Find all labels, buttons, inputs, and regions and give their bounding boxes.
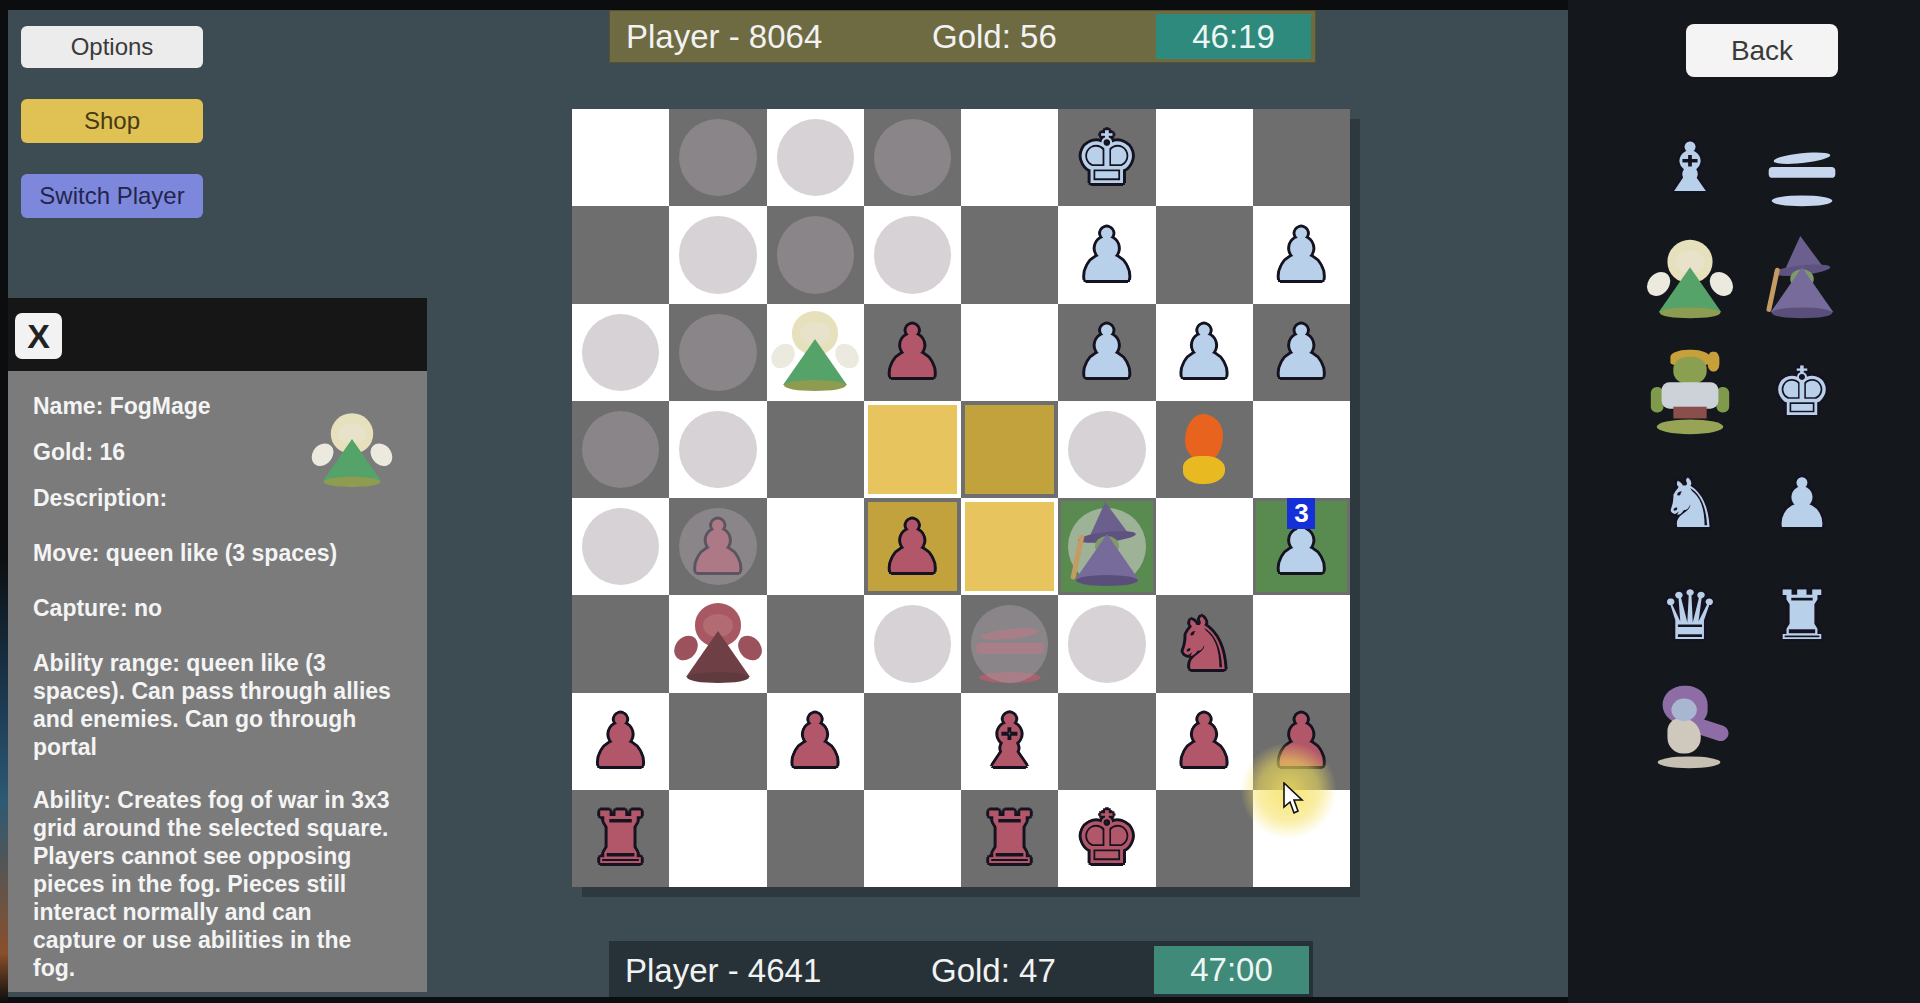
chess-board: ♚♟♟♟♟♟♟♟♟♟3♞♟♟♝♟♟♜♜♚ [572, 109, 1350, 887]
square-r0c1[interactable] [669, 109, 766, 206]
roster-rook-blue[interactable]: ♜ [1772, 582, 1833, 650]
square-r3c1[interactable] [669, 401, 766, 498]
roster-medusa[interactable] [1650, 685, 1730, 771]
square-r6c4[interactable]: ♝ [961, 693, 1058, 790]
square-r0c3[interactable] [864, 109, 961, 206]
pawn-counter-badge: 3 [1287, 498, 1315, 529]
back-button[interactable]: Back [1686, 24, 1838, 77]
roster-bishop-blue[interactable]: ♝ [1660, 134, 1721, 202]
witchP-piece[interactable] [1067, 504, 1147, 590]
square-r1c2[interactable] [767, 206, 864, 303]
roster-witch-purple[interactable] [1762, 237, 1842, 323]
blue-pawn-piece[interactable]: ♟ [1075, 219, 1140, 291]
piece-info-header: X [8, 298, 427, 371]
orc-piece-roster[interactable] [1651, 350, 1729, 434]
fire-piece[interactable] [1179, 414, 1229, 484]
square-r2c2[interactable] [767, 304, 864, 401]
square-r2c0[interactable] [572, 304, 669, 401]
square-r6c0[interactable]: ♟ [572, 693, 669, 790]
shop-button[interactable]: Shop [21, 99, 203, 143]
square-r7c3[interactable] [864, 790, 961, 887]
square-r6c6[interactable]: ♟ [1156, 693, 1253, 790]
red-pawn-piece[interactable]: ♟ [880, 511, 945, 583]
square-r6c5[interactable] [1058, 693, 1155, 790]
square-r5c2[interactable] [767, 595, 864, 692]
piece-roster: ♝♚♞♟♛♜ [1634, 112, 1864, 784]
fog-circle [679, 508, 756, 585]
square-r1c7[interactable]: ♟ [1253, 206, 1350, 303]
square-r2c4[interactable] [961, 304, 1058, 401]
opponent-status-bar: Player - 8064 Gold: 56 46:19 [609, 10, 1316, 63]
yellow-highlight [965, 405, 1054, 494]
fog-circle [874, 119, 951, 196]
square-r0c4[interactable] [961, 109, 1058, 206]
blue-pawn-piece[interactable]: ♟ [1772, 464, 1833, 543]
blue-knight-piece[interactable]: ♞ [1660, 464, 1721, 543]
square-r0c6[interactable] [1156, 109, 1253, 206]
square-r3c5[interactable] [1058, 401, 1155, 498]
square-r7c4[interactable]: ♜ [961, 790, 1058, 887]
square-r6c2[interactable]: ♟ [767, 693, 864, 790]
square-r4c3[interactable]: ♟ [864, 498, 961, 595]
opponent-timer: 46:19 [1156, 14, 1311, 59]
blue-pawn-piece[interactable]: ♟ [1075, 316, 1140, 388]
square-r4c7[interactable]: ♟3 [1253, 498, 1350, 595]
red-pawn-piece[interactable]: ♟ [588, 705, 653, 777]
red-bishop-piece[interactable]: ♝ [977, 705, 1042, 777]
mageL-piece-roster[interactable] [1651, 238, 1729, 322]
square-r5c6[interactable]: ♞ [1156, 595, 1253, 692]
fog-circle [874, 216, 951, 293]
square-r2c1[interactable] [669, 304, 766, 401]
red-pawn-piece[interactable]: ♟ [783, 705, 848, 777]
blue-queen-piece[interactable]: ♛ [1660, 576, 1721, 655]
square-r5c5[interactable] [1058, 595, 1155, 692]
square-r3c3[interactable] [864, 401, 961, 498]
red-knight-piece[interactable]: ♞ [1172, 608, 1237, 680]
square-r3c6[interactable] [1156, 401, 1253, 498]
fog-circle [679, 411, 756, 488]
roster-pawn-blue[interactable]: ♟ [1772, 470, 1833, 538]
switch-player-button[interactable]: Switch Player [21, 174, 203, 218]
square-r4c4[interactable] [961, 498, 1058, 595]
current-player-status-bar: Player - 4641 Gold: 47 47:00 [609, 941, 1313, 997]
square-r4c5[interactable] [1058, 498, 1155, 595]
blue-king-piece[interactable]: ♚ [1075, 122, 1140, 194]
fog-circle [874, 605, 951, 682]
piece-tray-panel: Back ♝♚♞♟♛♜ [1568, 0, 1920, 1003]
red-rook-piece[interactable]: ♜ [588, 802, 653, 874]
square-r4c0[interactable] [572, 498, 669, 595]
fog-circle [582, 508, 659, 585]
square-r5c7[interactable] [1253, 595, 1350, 692]
mouse-cursor [1283, 782, 1309, 816]
square-r1c3[interactable] [864, 206, 961, 303]
square-r5c3[interactable] [864, 595, 961, 692]
piece-capture-text: Capture: no [33, 594, 395, 622]
square-r6c3[interactable] [864, 693, 961, 790]
square-r2c6[interactable]: ♟ [1156, 304, 1253, 401]
roster-orc[interactable] [1650, 349, 1730, 435]
square-r4c1[interactable]: ♟ [669, 498, 766, 595]
letterbox-left [0, 0, 8, 1003]
witchB-piece-roster[interactable] [1763, 126, 1841, 210]
roster-queen-blue[interactable]: ♛ [1660, 582, 1721, 650]
blue-pawn-piece[interactable]: ♟ [1269, 219, 1334, 291]
square-r2c3[interactable]: ♟ [864, 304, 961, 401]
square-r7c6[interactable] [1156, 790, 1253, 887]
square-r0c5[interactable]: ♚ [1058, 109, 1155, 206]
square-r1c5[interactable]: ♟ [1058, 206, 1155, 303]
piece-ability-text: Ability: Creates fog of war in 3x3 grid … [33, 786, 395, 982]
square-r1c1[interactable] [669, 206, 766, 303]
red-rook-piece[interactable]: ♜ [977, 802, 1042, 874]
game-area: Options Shop Switch Player Player - 8064… [8, 10, 1568, 997]
yellow-highlight [965, 502, 1054, 591]
roster-king-blue[interactable]: ♚ [1772, 358, 1833, 426]
fog-circle [777, 216, 854, 293]
medusa-piece-roster[interactable] [1651, 686, 1729, 770]
red-pawn-piece[interactable]: ♟ [880, 316, 945, 388]
square-r0c0[interactable] [572, 109, 669, 206]
mageR-piece[interactable] [678, 601, 758, 687]
square-r2c5[interactable]: ♟ [1058, 304, 1155, 401]
square-r5c4[interactable] [961, 595, 1058, 692]
square-r7c2[interactable] [767, 790, 864, 887]
piece-move-text: Move: queen like (3 spaces) [33, 539, 395, 567]
square-r2c7[interactable]: ♟ [1253, 304, 1350, 401]
current-timer: 47:00 [1154, 946, 1309, 994]
roster-knight-blue[interactable]: ♞ [1660, 470, 1721, 538]
square-r7c0[interactable]: ♜ [572, 790, 669, 887]
piece-ability-range-text: Ability range: queen like (3 spaces). Ca… [33, 649, 395, 761]
fog-circle [679, 119, 756, 196]
square-r0c2[interactable] [767, 109, 864, 206]
witchP-piece-roster[interactable] [1763, 238, 1841, 322]
square-r5c0[interactable] [572, 595, 669, 692]
piece-info-panel: X Name: FogMage Gold: 16 Description: Mo… [8, 298, 427, 992]
blue-king-piece[interactable]: ♚ [1772, 352, 1833, 431]
roster-witch-blue[interactable] [1762, 125, 1842, 211]
square-r1c6[interactable] [1156, 206, 1253, 303]
square-r4c2[interactable] [767, 498, 864, 595]
options-button[interactable]: Options [21, 26, 203, 68]
fog-circle [971, 605, 1048, 682]
square-r3c7[interactable] [1253, 401, 1350, 498]
blue-pawn-piece[interactable]: ♟ [1269, 316, 1334, 388]
fog-circle [582, 411, 659, 488]
fog-circle [582, 314, 659, 391]
square-r5c1[interactable] [669, 595, 766, 692]
red-king-piece[interactable]: ♚ [1075, 802, 1140, 874]
blue-bishop-piece[interactable]: ♝ [1660, 128, 1721, 207]
square-r3c2[interactable] [767, 401, 864, 498]
square-r3c0[interactable] [572, 401, 669, 498]
close-icon[interactable]: X [15, 313, 62, 359]
blue-rook-piece[interactable]: ♜ [1772, 576, 1833, 655]
fog-circle [777, 119, 854, 196]
yellow-highlight [868, 405, 957, 494]
opponent-player-label: Player - 8064 [626, 18, 822, 56]
red-pawn-piece[interactable]: ♟ [1172, 705, 1237, 777]
fog-circle [679, 216, 756, 293]
fog-circle [1068, 605, 1145, 682]
square-r6c1[interactable] [669, 693, 766, 790]
square-r4c6[interactable] [1156, 498, 1253, 595]
fogmage-portrait [315, 411, 389, 490]
square-r7c1[interactable] [669, 790, 766, 887]
square-r0c7[interactable] [1253, 109, 1350, 206]
square-r3c4[interactable] [961, 401, 1058, 498]
square-r7c5[interactable]: ♚ [1058, 790, 1155, 887]
current-player-label: Player - 4641 [625, 952, 821, 990]
square-r1c0[interactable] [572, 206, 669, 303]
roster-fogmage-light[interactable] [1650, 237, 1730, 323]
opponent-gold-label: Gold: 56 [932, 18, 1057, 56]
mageL-piece[interactable] [775, 309, 855, 395]
blue-pawn-piece[interactable]: ♟ [1172, 316, 1237, 388]
square-r1c4[interactable] [961, 206, 1058, 303]
fog-circle [1068, 411, 1145, 488]
square-r6c7[interactable]: ♟ [1253, 693, 1350, 790]
current-gold-label: Gold: 47 [931, 952, 1056, 990]
fog-circle [679, 314, 756, 391]
